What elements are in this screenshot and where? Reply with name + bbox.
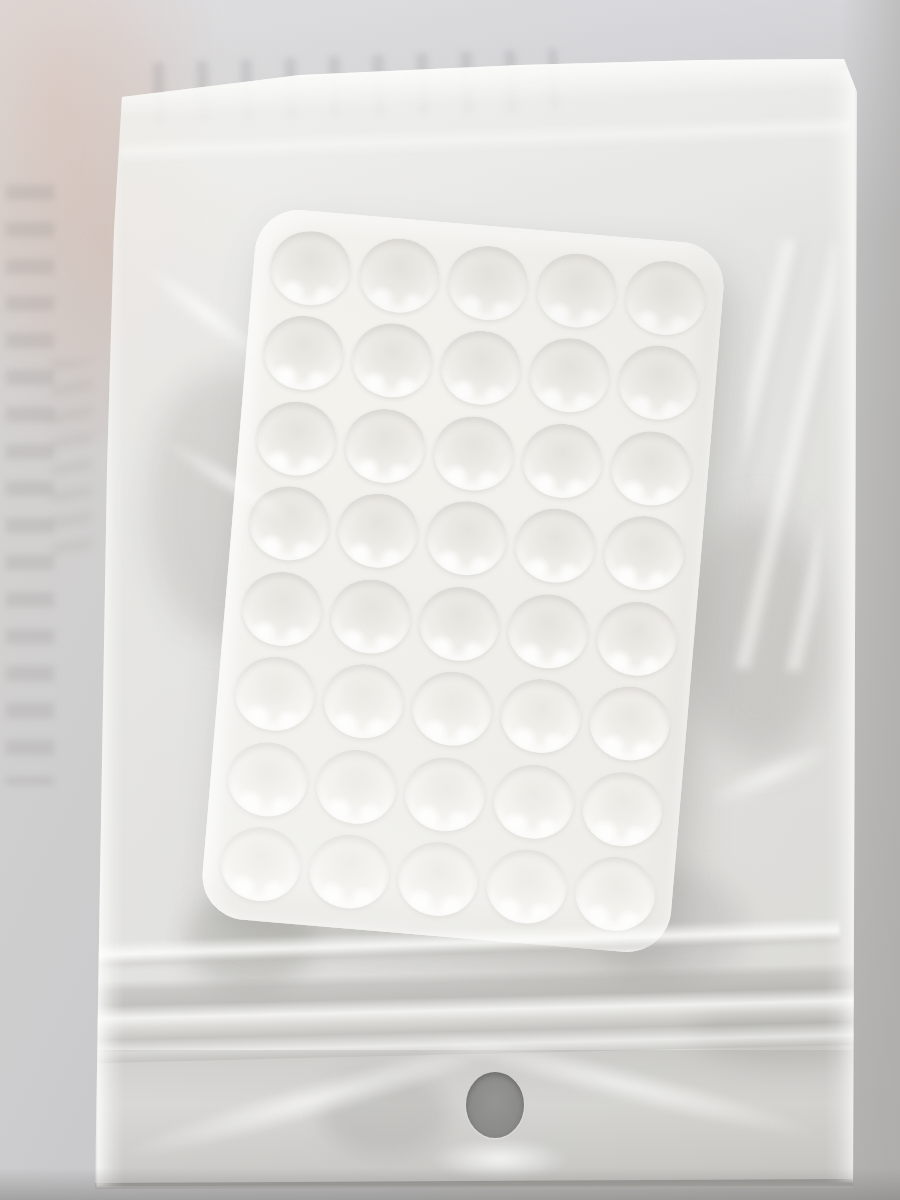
plastic-bag <box>0 0 900 1200</box>
bag-right-edge-fold <box>824 70 856 1182</box>
backdrop-print-smudge-left-2 <box>52 360 92 560</box>
hang-hole <box>466 1072 524 1138</box>
product-photo <box>0 0 900 1200</box>
backdrop-print-smudge-left <box>6 185 54 785</box>
backdrop-bottom-shade <box>0 1168 900 1200</box>
